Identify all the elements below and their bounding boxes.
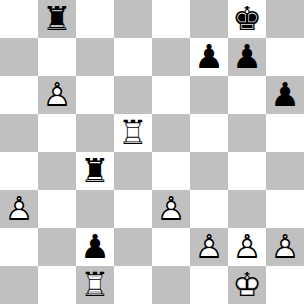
square-e6[interactable] [152,76,190,114]
piece-white-pawn-icon: ♟♙ [38,76,76,114]
square-d1[interactable] [114,266,152,304]
piece-white-rook-icon: ♜♖ [114,114,152,152]
square-h7[interactable] [266,38,304,76]
square-c2[interactable]: ♟ [76,228,114,266]
square-b5[interactable] [38,114,76,152]
square-d2[interactable] [114,228,152,266]
square-h2[interactable]: ♟♙ [266,228,304,266]
square-d7[interactable] [114,38,152,76]
square-g3[interactable] [228,190,266,228]
square-d6[interactable] [114,76,152,114]
square-a8[interactable] [0,0,38,38]
square-c3[interactable] [76,190,114,228]
square-e1[interactable] [152,266,190,304]
square-f7[interactable]: ♟ [190,38,228,76]
square-b8[interactable]: ♜ [38,0,76,38]
square-f8[interactable] [190,0,228,38]
square-h4[interactable] [266,152,304,190]
square-e5[interactable] [152,114,190,152]
square-c1[interactable]: ♜♖ [76,266,114,304]
square-g4[interactable] [228,152,266,190]
square-g1[interactable]: ♚♔ [228,266,266,304]
square-f3[interactable] [190,190,228,228]
square-h5[interactable] [266,114,304,152]
square-a3[interactable]: ♟♙ [0,190,38,228]
piece-black-pawn-icon: ♟ [228,38,266,76]
piece-black-rook-icon: ♜ [38,0,76,38]
square-e8[interactable] [152,0,190,38]
square-b2[interactable] [38,228,76,266]
square-d8[interactable] [114,0,152,38]
square-c7[interactable] [76,38,114,76]
square-b4[interactable] [38,152,76,190]
piece-black-pawn-icon: ♟ [190,38,228,76]
square-b3[interactable] [38,190,76,228]
square-b7[interactable] [38,38,76,76]
square-e7[interactable] [152,38,190,76]
square-c5[interactable] [76,114,114,152]
square-e4[interactable] [152,152,190,190]
square-d4[interactable] [114,152,152,190]
square-h1[interactable] [266,266,304,304]
square-a6[interactable] [0,76,38,114]
square-g2[interactable]: ♟♙ [228,228,266,266]
square-a7[interactable] [0,38,38,76]
square-a1[interactable] [0,266,38,304]
square-g8[interactable]: ♚ [228,0,266,38]
square-d3[interactable] [114,190,152,228]
square-e3[interactable]: ♟♙ [152,190,190,228]
square-e2[interactable] [152,228,190,266]
square-a5[interactable] [0,114,38,152]
square-c6[interactable] [76,76,114,114]
square-c8[interactable] [76,0,114,38]
square-a2[interactable] [0,228,38,266]
piece-white-pawn-icon: ♟♙ [266,228,304,266]
square-g5[interactable] [228,114,266,152]
piece-white-king-icon: ♚♔ [228,266,266,304]
square-a4[interactable] [0,152,38,190]
piece-white-pawn-icon: ♟♙ [152,190,190,228]
piece-white-pawn-icon: ♟♙ [190,228,228,266]
square-f4[interactable] [190,152,228,190]
piece-black-rook-icon: ♜ [76,152,114,190]
piece-black-pawn-icon: ♟ [76,228,114,266]
piece-black-pawn-icon: ♟ [266,76,304,114]
square-b6[interactable]: ♟♙ [38,76,76,114]
square-h8[interactable] [266,0,304,38]
square-f1[interactable] [190,266,228,304]
piece-white-pawn-icon: ♟♙ [0,190,38,228]
square-g7[interactable]: ♟ [228,38,266,76]
chess-board: ♜♚♟♟♟♙♟♜♖♜♟♙♟♙♟♟♙♟♙♟♙♜♖♚♔ [0,0,304,304]
square-f2[interactable]: ♟♙ [190,228,228,266]
piece-white-rook-icon: ♜♖ [76,266,114,304]
square-f6[interactable] [190,76,228,114]
square-g6[interactable] [228,76,266,114]
piece-black-king-icon: ♚ [228,0,266,38]
square-d5[interactable]: ♜♖ [114,114,152,152]
square-b1[interactable] [38,266,76,304]
square-h6[interactable]: ♟ [266,76,304,114]
square-f5[interactable] [190,114,228,152]
square-h3[interactable] [266,190,304,228]
piece-white-pawn-icon: ♟♙ [228,228,266,266]
square-c4[interactable]: ♜ [76,152,114,190]
